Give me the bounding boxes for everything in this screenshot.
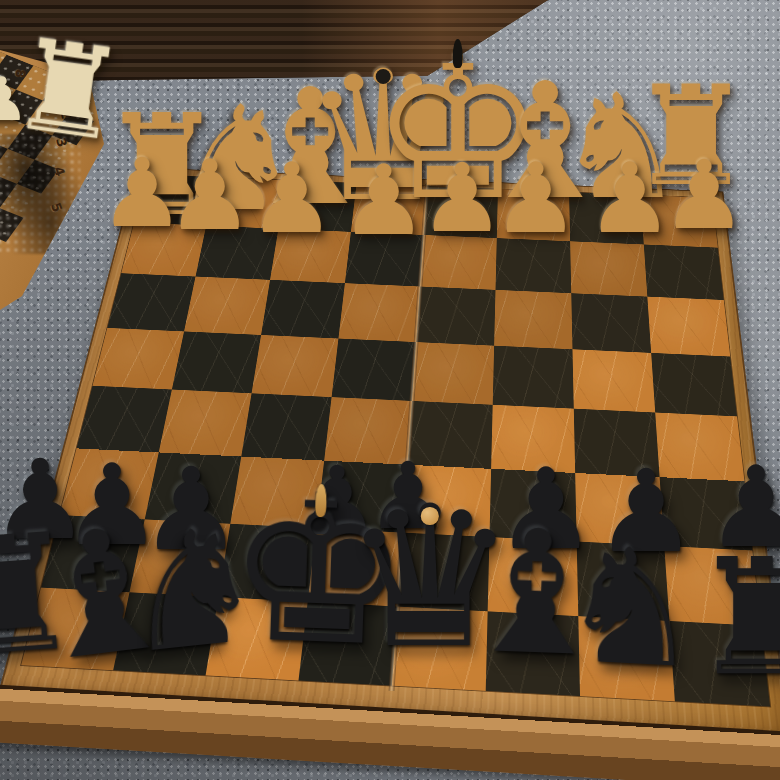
pieces-layer: ♜♞♝♛♚♝♞♜♟♟♟♟♟♟♟♟♟♟♟♟♟♟♟♟♜♝♞♚♛♝♞♜♜♟ (0, 0, 780, 780)
piece-black-knight[interactable]: ♞ (555, 528, 706, 687)
piece-white-pawn[interactable]: ♟ (493, 153, 580, 245)
chess-photo-scene: 8 1 2 3 4 5 ♜♞♝♛♚♝♞♜♟♟♟♟♟♟♟♟♟♟♟♟♟♟♟♟♜♝♞♚… (0, 0, 780, 780)
piece-cream-pawn[interactable]: ♟ (0, 71, 29, 128)
piece-white-pawn[interactable]: ♟ (249, 153, 336, 245)
piece-white-pawn[interactable]: ♟ (661, 150, 746, 240)
piece-black-rook[interactable]: ♜ (690, 542, 780, 694)
piece-white-pawn[interactable]: ♟ (167, 150, 254, 242)
piece-white-pawn[interactable]: ♟ (341, 155, 428, 247)
